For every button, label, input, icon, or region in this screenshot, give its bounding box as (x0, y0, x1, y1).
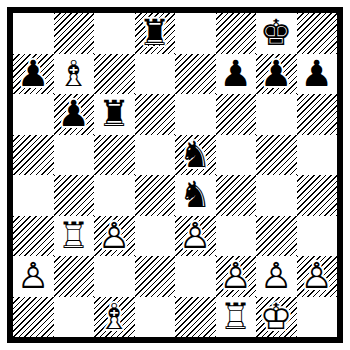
square-g3 (256, 216, 297, 257)
square-f8 (216, 13, 257, 54)
square-h6 (297, 94, 338, 135)
square-g1: ♚♔ (256, 297, 297, 338)
square-b4 (54, 175, 95, 216)
square-b5 (54, 135, 95, 176)
square-c5 (94, 135, 135, 176)
piece-white-bishop-c1: ♝♗ (94, 297, 135, 338)
square-d2 (135, 256, 176, 297)
board-frame: ♜♚♟♝♗♟♟♟♟♜♞♞♜♖♟♙♟♙♟♙♟♙♟♙♟♙♝♗♜♖♚♔ (7, 7, 343, 343)
square-f1: ♜♖ (216, 297, 257, 338)
square-a4 (13, 175, 54, 216)
piece-black-rook-d8: ♜ (135, 13, 176, 54)
piece-white-pawn-f2: ♟♙ (216, 256, 257, 297)
square-d6 (135, 94, 176, 135)
square-c2 (94, 256, 135, 297)
square-e8 (175, 13, 216, 54)
square-f7: ♟ (216, 54, 257, 95)
square-d7 (135, 54, 176, 95)
piece-white-rook-b3: ♜♖ (54, 216, 95, 257)
square-e3: ♟♙ (175, 216, 216, 257)
piece-outline-layer: ♙ (13, 256, 54, 297)
chess-board: ♜♚♟♝♗♟♟♟♟♜♞♞♜♖♟♙♟♙♟♙♟♙♟♙♟♙♝♗♜♖♚♔ (13, 13, 337, 337)
piece-white-pawn-h2: ♟♙ (297, 256, 338, 297)
square-d8: ♜ (135, 13, 176, 54)
piece-white-pawn-g2: ♟♙ (256, 256, 297, 297)
square-g4 (256, 175, 297, 216)
square-h1 (297, 297, 338, 338)
piece-white-pawn-e3: ♟♙ (175, 216, 216, 257)
square-c3: ♟♙ (94, 216, 135, 257)
square-a5 (13, 135, 54, 176)
piece-white-rook-f1: ♜♖ (216, 297, 257, 338)
square-g2: ♟♙ (256, 256, 297, 297)
square-a3 (13, 216, 54, 257)
piece-outline-layer: ♙ (175, 216, 216, 257)
square-d1 (135, 297, 176, 338)
square-d5 (135, 135, 176, 176)
piece-outline-layer: ♙ (216, 256, 257, 297)
square-h3 (297, 216, 338, 257)
square-h4 (297, 175, 338, 216)
square-f2: ♟♙ (216, 256, 257, 297)
square-c4 (94, 175, 135, 216)
square-b8 (54, 13, 95, 54)
piece-outline-layer: ♗ (54, 54, 95, 95)
piece-white-pawn-c3: ♟♙ (94, 216, 135, 257)
square-g7: ♟ (256, 54, 297, 95)
piece-black-pawn-g7: ♟ (256, 54, 297, 95)
square-a2: ♟♙ (13, 256, 54, 297)
square-f4 (216, 175, 257, 216)
piece-outline-layer: ♙ (256, 256, 297, 297)
square-e5: ♞ (175, 135, 216, 176)
square-b6: ♟ (54, 94, 95, 135)
piece-white-bishop-b7: ♝♗ (54, 54, 95, 95)
square-a6 (13, 94, 54, 135)
square-e4: ♞ (175, 175, 216, 216)
piece-black-pawn-f7: ♟ (216, 54, 257, 95)
square-f5 (216, 135, 257, 176)
square-d4 (135, 175, 176, 216)
square-b3: ♜♖ (54, 216, 95, 257)
square-c1: ♝♗ (94, 297, 135, 338)
square-a8 (13, 13, 54, 54)
piece-black-king-g8: ♚ (256, 13, 297, 54)
piece-black-pawn-b6: ♟ (54, 94, 95, 135)
square-f6 (216, 94, 257, 135)
square-a1 (13, 297, 54, 338)
piece-black-pawn-h7: ♟ (297, 54, 338, 95)
square-b1 (54, 297, 95, 338)
piece-white-pawn-a2: ♟♙ (13, 256, 54, 297)
square-e6 (175, 94, 216, 135)
piece-black-pawn-a7: ♟ (13, 54, 54, 95)
square-f3 (216, 216, 257, 257)
piece-black-knight-e4: ♞ (175, 175, 216, 216)
piece-outline-layer: ♖ (54, 216, 95, 257)
piece-outline-layer: ♗ (94, 297, 135, 338)
square-c7 (94, 54, 135, 95)
square-c6: ♜ (94, 94, 135, 135)
square-g6 (256, 94, 297, 135)
square-c8 (94, 13, 135, 54)
piece-outline-layer: ♙ (94, 216, 135, 257)
square-h8 (297, 13, 338, 54)
square-e1 (175, 297, 216, 338)
square-b2 (54, 256, 95, 297)
piece-black-knight-e5: ♞ (175, 135, 216, 176)
square-g5 (256, 135, 297, 176)
square-e7 (175, 54, 216, 95)
square-e2 (175, 256, 216, 297)
piece-outline-layer: ♙ (297, 256, 338, 297)
square-h2: ♟♙ (297, 256, 338, 297)
piece-outline-layer: ♔ (256, 297, 297, 338)
square-d3 (135, 216, 176, 257)
square-g8: ♚ (256, 13, 297, 54)
square-h7: ♟ (297, 54, 338, 95)
piece-outline-layer: ♖ (216, 297, 257, 338)
square-b7: ♝♗ (54, 54, 95, 95)
piece-white-king-g1: ♚♔ (256, 297, 297, 338)
piece-black-rook-c6: ♜ (94, 94, 135, 135)
square-a7: ♟ (13, 54, 54, 95)
chess-diagram: ♜♚♟♝♗♟♟♟♟♜♞♞♜♖♟♙♟♙♟♙♟♙♟♙♟♙♝♗♜♖♚♔ (0, 0, 350, 350)
square-h5 (297, 135, 338, 176)
